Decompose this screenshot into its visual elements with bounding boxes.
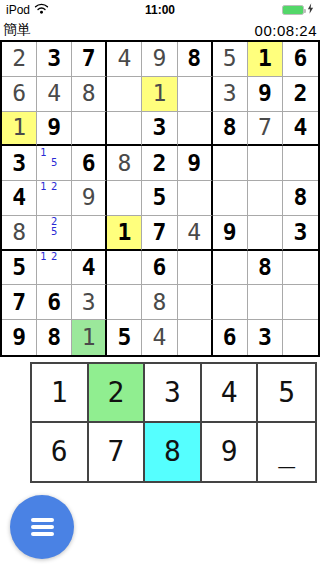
cell-r8c4[interactable] (107, 285, 142, 320)
cell-value: 1 (258, 47, 272, 70)
cell-r9c8[interactable]: 3 (248, 320, 283, 355)
cell-r4c4[interactable]: 8 (107, 146, 142, 181)
cell-value: 1 (153, 82, 167, 105)
cell-value: 3 (82, 291, 96, 314)
cell-value: 4 (47, 82, 61, 105)
cell-r5c4[interactable] (107, 181, 142, 216)
cell-value: 4 (117, 47, 131, 70)
cell-value: 4 (12, 186, 26, 209)
cell-r2c5[interactable]: 1 (142, 77, 177, 112)
hamburger-icon (31, 518, 54, 522)
cell-value: 8 (187, 47, 201, 70)
keypad-key-_[interactable]: _ (258, 423, 315, 482)
cell-value: 2 (12, 47, 26, 70)
cell-r8c5[interactable]: 8 (142, 285, 177, 320)
cell-r3c9[interactable]: 4 (283, 112, 318, 147)
cell-r4c1[interactable]: 3 (2, 146, 37, 181)
cell-r9c7[interactable]: 6 (213, 320, 248, 355)
cell-r4c7[interactable] (213, 146, 248, 181)
cell-r9c2[interactable]: 8 (37, 320, 72, 355)
cell-r2c1[interactable]: 6 (2, 77, 37, 112)
cell-value: 3 (153, 116, 167, 139)
carrier-label: iPod (6, 3, 30, 17)
cell-r3c8[interactable]: 7 (248, 112, 283, 147)
cell-r6c6[interactable]: 4 (178, 216, 213, 251)
cell-r8c2[interactable]: 6 (37, 285, 72, 320)
cell-r1c6[interactable]: 8 (178, 42, 213, 77)
keypad-key-7[interactable]: 7 (89, 423, 146, 482)
keypad-key-6[interactable]: 6 (32, 423, 89, 482)
cell-value: 2 (294, 82, 308, 105)
cell-value: 8 (12, 221, 26, 244)
cell-r3c4[interactable] (107, 112, 142, 147)
cell-value: 3 (47, 47, 61, 70)
cell-r7c6[interactable] (178, 251, 213, 286)
cell-r8c8[interactable] (248, 285, 283, 320)
cell-value: 2 (153, 152, 167, 175)
cell-r2c4[interactable] (107, 77, 142, 112)
cell-r1c9[interactable]: 6 (283, 42, 318, 77)
timer-label: 00:08:24 (255, 22, 317, 39)
cell-r9c9[interactable] (283, 320, 318, 355)
cell-r4c8[interactable] (248, 146, 283, 181)
cell-value: 7 (258, 116, 272, 139)
cell-value: 5 (117, 326, 131, 349)
cell-r1c5[interactable]: 9 (142, 42, 177, 77)
battery-icon (282, 5, 304, 15)
cell-r1c4[interactable]: 4 (107, 42, 142, 77)
cell-value: 4 (187, 221, 201, 244)
cell-r2c9[interactable]: 2 (283, 77, 318, 112)
cell-r9c3[interactable]: 1 (72, 320, 107, 355)
sudoku-board: 2374985166481392193874315682941295882517… (0, 40, 320, 357)
keypad-key-8[interactable]: 8 (145, 423, 202, 482)
cell-r5c6[interactable] (178, 181, 213, 216)
cell-r9c4[interactable]: 5 (107, 320, 142, 355)
cell-r9c6[interactable] (178, 320, 213, 355)
cell-r4c2[interactable]: 15 (37, 146, 72, 181)
wifi-icon (34, 3, 49, 17)
cell-value: 5 (153, 186, 167, 209)
cell-r2c6[interactable] (178, 77, 213, 112)
cell-r8c1[interactable]: 7 (2, 285, 37, 320)
cell-r4c5[interactable]: 2 (142, 146, 177, 181)
cell-value: 1 (117, 221, 131, 244)
cell-value: 3 (258, 326, 272, 349)
cell-r6c2[interactable]: 25 (37, 216, 72, 251)
keypad-key-2[interactable]: 2 (89, 364, 146, 423)
cell-r3c7[interactable]: 8 (213, 112, 248, 147)
cell-value: 3 (12, 152, 26, 175)
cell-r9c5[interactable]: 4 (142, 320, 177, 355)
keypad-key-4[interactable]: 4 (202, 364, 259, 423)
cell-value: 7 (82, 47, 96, 70)
cell-value: 8 (153, 291, 167, 314)
cell-r1c8[interactable]: 1 (248, 42, 283, 77)
cell-r6c5[interactable]: 7 (142, 216, 177, 251)
cell-value: 8 (47, 326, 61, 349)
cell-value: 4 (294, 116, 308, 139)
cell-r3c6[interactable] (178, 112, 213, 147)
cell-r5c9[interactable]: 8 (283, 181, 318, 216)
cell-value: 8 (117, 152, 131, 175)
cell-r5c2[interactable]: 12 (37, 181, 72, 216)
cell-value: 9 (187, 152, 201, 175)
cell-r6c3[interactable] (72, 216, 107, 251)
cell-r7c8[interactable]: 8 (248, 251, 283, 286)
cell-r3c1[interactable]: 1 (2, 112, 37, 147)
cell-value: 6 (47, 291, 61, 314)
cell-r6c7[interactable]: 9 (213, 216, 248, 251)
cell-r2c8[interactable]: 9 (248, 77, 283, 112)
cell-r7c5[interactable]: 6 (142, 251, 177, 286)
cell-r3c3[interactable] (72, 112, 107, 147)
difficulty-label: 簡単 (3, 21, 31, 39)
cell-value: 9 (153, 47, 167, 70)
cell-r7c4[interactable] (107, 251, 142, 286)
clock: 11:00 (96, 3, 224, 17)
cell-r7c7[interactable] (213, 251, 248, 286)
cell-r2c7[interactable]: 3 (213, 77, 248, 112)
cell-r1c2[interactable]: 3 (37, 42, 72, 77)
cell-value: 8 (258, 256, 272, 279)
cell-r6c4[interactable]: 1 (107, 216, 142, 251)
cell-r8c3[interactable]: 3 (72, 285, 107, 320)
keypad-key-9[interactable]: 9 (202, 423, 259, 482)
cell-r6c1[interactable]: 8 (2, 216, 37, 251)
status-bar: iPod 11:00 (0, 0, 320, 20)
cell-value: 9 (82, 186, 96, 209)
cell-r5c5[interactable]: 5 (142, 181, 177, 216)
cell-value: 7 (153, 221, 167, 244)
cell-value: 9 (223, 221, 237, 244)
cell-r1c7[interactable]: 5 (213, 42, 248, 77)
cell-value: 9 (12, 326, 26, 349)
cell-r3c5[interactable]: 3 (142, 112, 177, 147)
cell-value: 5 (12, 256, 26, 279)
cell-value: 6 (82, 152, 96, 175)
cell-r4c3[interactable]: 6 (72, 146, 107, 181)
cell-value: 1 (12, 116, 26, 139)
cell-r5c1[interactable]: 4 (2, 181, 37, 216)
cell-value: 3 (294, 221, 308, 244)
cell-value: 6 (153, 256, 167, 279)
cell-r8c6[interactable] (178, 285, 213, 320)
cell-r8c9[interactable] (283, 285, 318, 320)
cell-r7c2[interactable]: 12 (37, 251, 72, 286)
cell-value: 8 (82, 82, 96, 105)
cell-r4c6[interactable]: 9 (178, 146, 213, 181)
cell-value: 6 (294, 47, 308, 70)
cell-r7c1[interactable]: 5 (2, 251, 37, 286)
cell-value: 7 (12, 291, 26, 314)
cell-r5c3[interactable]: 9 (72, 181, 107, 216)
menu-fab-button[interactable] (10, 495, 74, 559)
cell-r2c2[interactable]: 4 (37, 77, 72, 112)
cell-value: 5 (223, 47, 237, 70)
cell-r1c3[interactable]: 7 (72, 42, 107, 77)
cell-r7c9[interactable] (283, 251, 318, 286)
cell-value: 1 (82, 326, 96, 349)
number-keypad: 123456789_ (30, 362, 317, 483)
keypad-key-1[interactable]: 1 (32, 364, 89, 423)
cell-r5c8[interactable] (248, 181, 283, 216)
cell-r6c8[interactable] (248, 216, 283, 251)
cell-value: 4 (82, 256, 96, 279)
cell-r5c7[interactable] (213, 181, 248, 216)
cell-value: 8 (223, 116, 237, 139)
keypad-key-3[interactable]: 3 (145, 364, 202, 423)
cell-r9c1[interactable]: 9 (2, 320, 37, 355)
cell-value: 9 (258, 82, 272, 105)
pencil-marks: 15 (38, 147, 70, 179)
cell-r1c1[interactable]: 2 (2, 42, 37, 77)
cell-value: 6 (12, 82, 26, 105)
keypad-key-5[interactable]: 5 (258, 364, 315, 423)
cell-value: 4 (153, 326, 167, 349)
cell-r6c9[interactable]: 3 (283, 216, 318, 251)
cell-r2c3[interactable]: 8 (72, 77, 107, 112)
cell-value: 8 (294, 186, 308, 209)
cell-r3c2[interactable]: 9 (37, 112, 72, 147)
cell-value: 9 (47, 116, 61, 139)
game-header: 簡単 00:08:24 (0, 20, 320, 40)
cell-r8c7[interactable] (213, 285, 248, 320)
cell-r4c9[interactable] (283, 146, 318, 181)
pencil-marks: 12 (38, 182, 70, 214)
cell-value: 6 (223, 326, 237, 349)
pencil-marks: 25 (38, 217, 70, 248)
pencil-marks: 12 (38, 252, 70, 284)
cell-r7c3[interactable]: 4 (72, 251, 107, 286)
charging-bolt-icon (307, 3, 314, 17)
cell-value: 3 (223, 82, 237, 105)
